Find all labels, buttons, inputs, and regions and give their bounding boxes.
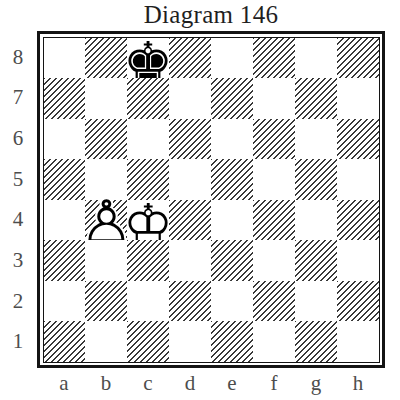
square-b8 — [85, 38, 127, 79]
square-f5 — [253, 159, 295, 200]
file-label-f: f — [253, 368, 295, 398]
square-d8 — [169, 38, 211, 79]
square-c3 — [127, 240, 169, 281]
chess-board: ♚♟♙♚♔ — [43, 37, 380, 363]
square-d5 — [169, 159, 211, 200]
square-c6 — [127, 119, 169, 160]
square-h1 — [337, 321, 379, 362]
piece-white-pawn-b4: ♟♙ — [85, 200, 127, 241]
rank-label-7: 7 — [5, 78, 31, 119]
square-g8 — [295, 38, 337, 79]
square-e3 — [211, 240, 253, 281]
square-f1 — [253, 321, 295, 362]
piece-black-king-c8: ♚ — [127, 38, 169, 79]
square-e7 — [211, 78, 253, 119]
square-d1 — [169, 321, 211, 362]
square-f6 — [253, 119, 295, 160]
diagram-title: Diagram 146 — [37, 1, 385, 29]
square-h4 — [337, 200, 379, 241]
rank-label-1: 1 — [5, 321, 31, 362]
square-c1 — [127, 321, 169, 362]
rank-label-5: 5 — [5, 159, 31, 200]
board-frame: ♚♟♙♚♔ — [37, 31, 385, 368]
square-e5 — [211, 159, 253, 200]
square-c2 — [127, 281, 169, 322]
square-h3 — [337, 240, 379, 281]
square-h6 — [337, 119, 379, 160]
square-f8 — [253, 38, 295, 79]
square-c7 — [127, 78, 169, 119]
square-f3 — [253, 240, 295, 281]
square-b1 — [85, 321, 127, 362]
rank-label-6: 6 — [5, 118, 31, 159]
square-a4 — [44, 200, 86, 241]
square-e8 — [211, 38, 253, 79]
square-c8: ♚ — [127, 38, 169, 79]
file-label-c: c — [127, 368, 169, 398]
square-b7 — [85, 78, 127, 119]
file-label-h: h — [337, 368, 379, 398]
square-e4 — [211, 200, 253, 241]
square-g3 — [295, 240, 337, 281]
square-e6 — [211, 119, 253, 160]
rank-labels: 87654321 — [5, 37, 31, 362]
square-b2 — [85, 281, 127, 322]
file-label-e: e — [211, 368, 253, 398]
square-a5 — [44, 159, 86, 200]
square-f2 — [253, 281, 295, 322]
square-d4 — [169, 200, 211, 241]
square-b5 — [85, 159, 127, 200]
square-b6 — [85, 119, 127, 160]
square-d3 — [169, 240, 211, 281]
rank-label-2: 2 — [5, 281, 31, 322]
square-a3 — [44, 240, 86, 281]
square-g1 — [295, 321, 337, 362]
rank-label-3: 3 — [5, 240, 31, 281]
square-h2 — [337, 281, 379, 322]
file-labels: abcdefgh — [43, 368, 379, 398]
file-label-g: g — [295, 368, 337, 398]
square-g7 — [295, 78, 337, 119]
square-f7 — [253, 78, 295, 119]
square-g5 — [295, 159, 337, 200]
square-e1 — [211, 321, 253, 362]
square-g4 — [295, 200, 337, 241]
square-a7 — [44, 78, 86, 119]
square-c4: ♚♔ — [127, 200, 169, 241]
square-a8 — [44, 38, 86, 79]
square-a2 — [44, 281, 86, 322]
square-a1 — [44, 321, 86, 362]
square-b4: ♟♙ — [85, 200, 127, 241]
square-g6 — [295, 119, 337, 160]
square-f4 — [253, 200, 295, 241]
rank-label-4: 4 — [5, 200, 31, 241]
square-b3 — [85, 240, 127, 281]
square-c5 — [127, 159, 169, 200]
rank-label-8: 8 — [5, 37, 31, 78]
square-h5 — [337, 159, 379, 200]
piece-white-king-c4: ♚♔ — [127, 200, 169, 241]
square-d7 — [169, 78, 211, 119]
square-h7 — [337, 78, 379, 119]
file-label-d: d — [169, 368, 211, 398]
square-g2 — [295, 281, 337, 322]
file-label-a: a — [43, 368, 85, 398]
square-e2 — [211, 281, 253, 322]
page: Diagram 146 87654321 ♚♟♙♚♔ abcdefgh — [0, 0, 400, 400]
square-a6 — [44, 119, 86, 160]
file-label-b: b — [85, 368, 127, 398]
square-d2 — [169, 281, 211, 322]
square-h8 — [337, 38, 379, 79]
square-d6 — [169, 119, 211, 160]
